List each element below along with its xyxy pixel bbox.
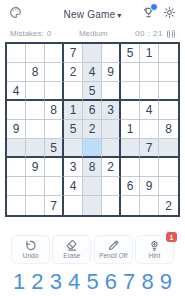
numpad-5[interactable]: 5 <box>86 270 98 294</box>
cell-r9c7[interactable] <box>121 196 140 215</box>
cell-r3c1[interactable]: 4 <box>7 82 26 101</box>
notification-dot <box>150 3 158 11</box>
cell-r3c6[interactable] <box>102 82 121 101</box>
cell-r2c2[interactable]: 8 <box>26 63 45 82</box>
cell-r8c8[interactable]: 9 <box>140 177 159 196</box>
cell-r5c5[interactable]: 2 <box>83 120 102 139</box>
gear-icon <box>163 5 176 23</box>
cell-r8c4[interactable]: 4 <box>64 177 83 196</box>
pause-button[interactable] <box>167 30 175 38</box>
cell-r7c7[interactable] <box>121 158 140 177</box>
cell-r4c4[interactable]: 1 <box>64 101 83 120</box>
cell-r1c2[interactable] <box>26 44 45 63</box>
cell-r4c1[interactable] <box>7 101 26 120</box>
mistakes-counter: Mistakes: 0 <box>10 29 51 38</box>
cell-r2c5[interactable]: 4 <box>83 63 102 82</box>
cell-r5c4[interactable]: 5 <box>64 120 83 139</box>
cell-r5c7[interactable]: 1 <box>121 120 140 139</box>
numpad-4[interactable]: 4 <box>68 270 80 294</box>
cell-r3c9[interactable] <box>159 82 178 101</box>
cell-r3c4[interactable] <box>64 82 83 101</box>
pencil-label: Pencil Off <box>99 253 127 260</box>
cell-r8c6[interactable] <box>102 177 121 196</box>
cell-r7c8[interactable] <box>140 158 159 177</box>
undo-button[interactable]: Undo <box>11 235 50 264</box>
cell-r6c2[interactable] <box>26 139 45 158</box>
cell-r4c6[interactable]: 3 <box>102 101 121 120</box>
cell-r7c3[interactable] <box>45 158 64 177</box>
cell-r7c2[interactable]: 9 <box>26 158 45 177</box>
sudoku-board: 751824945816349521857938246972 <box>5 42 180 217</box>
cell-r8c5[interactable] <box>83 177 102 196</box>
undo-icon <box>24 239 37 252</box>
cell-r1c1[interactable] <box>7 44 26 63</box>
lightbulb-icon <box>148 239 161 252</box>
cell-r8c7[interactable]: 6 <box>121 177 140 196</box>
hint-badge: 1 <box>166 232 177 242</box>
cell-r8c1[interactable] <box>7 177 26 196</box>
mistakes-label: Mistakes: <box>10 29 44 38</box>
cell-r3c7[interactable] <box>121 82 140 101</box>
cell-r7c4[interactable]: 3 <box>64 158 83 177</box>
mistakes-value: 0 <box>47 29 51 38</box>
cell-r5c6[interactable] <box>102 120 121 139</box>
numpad-3[interactable]: 3 <box>50 270 62 294</box>
cell-r9c3[interactable]: 7 <box>45 196 64 215</box>
cell-r6c5[interactable] <box>83 139 102 158</box>
difficulty-label: Medium <box>79 29 107 38</box>
cell-r9c8[interactable] <box>140 196 159 215</box>
cell-r4c2[interactable] <box>26 101 45 120</box>
cell-r1c6[interactable] <box>102 44 121 63</box>
cell-r7c1[interactable] <box>7 158 26 177</box>
cell-r2c6[interactable]: 9 <box>102 63 121 82</box>
numpad-7[interactable]: 7 <box>123 270 135 294</box>
erase-label: Erase <box>63 253 80 260</box>
cell-r2c9[interactable] <box>159 63 178 82</box>
pencil-icon <box>107 239 120 252</box>
cell-r2c3[interactable] <box>45 63 64 82</box>
cell-r7c6[interactable]: 2 <box>102 158 121 177</box>
cell-r9c1[interactable] <box>7 196 26 215</box>
cell-r6c4[interactable] <box>64 139 83 158</box>
numpad-2[interactable]: 2 <box>31 270 43 294</box>
undo-label: Undo <box>23 253 39 260</box>
cell-r3c3[interactable] <box>45 82 64 101</box>
cell-r6c9[interactable] <box>159 139 178 158</box>
cell-r2c7[interactable] <box>121 63 140 82</box>
new-game-dropdown[interactable]: New Game▾ <box>49 9 136 20</box>
cell-r4c8[interactable]: 4 <box>140 101 159 120</box>
erase-button[interactable]: Erase <box>52 235 91 264</box>
timer: 00 : 21 <box>135 29 163 38</box>
cell-r7c5[interactable]: 8 <box>83 158 102 177</box>
cell-r1c8[interactable]: 1 <box>140 44 159 63</box>
page-title: New Game <box>64 9 116 20</box>
cell-r2c4[interactable]: 2 <box>64 63 83 82</box>
cell-r8c9[interactable] <box>159 177 178 196</box>
cell-r8c3[interactable] <box>45 177 64 196</box>
cell-r1c5[interactable] <box>83 44 102 63</box>
numpad-1[interactable]: 1 <box>13 270 25 294</box>
settings-button[interactable] <box>163 5 176 23</box>
cell-r6c8[interactable]: 7 <box>140 139 159 158</box>
cell-r5c3[interactable] <box>45 120 64 139</box>
cell-r2c1[interactable] <box>7 63 26 82</box>
palette-icon <box>9 5 22 23</box>
toolbar: Undo Erase Pencil Off 1 Hint <box>11 235 174 264</box>
cell-r1c7[interactable]: 5 <box>121 44 140 63</box>
pencil-button[interactable]: Pencil Off <box>94 235 133 264</box>
cell-r2c8[interactable] <box>140 63 159 82</box>
top-bar: New Game▾ <box>0 0 185 22</box>
cell-r5c1[interactable]: 9 <box>7 120 26 139</box>
cell-r6c6[interactable] <box>102 139 121 158</box>
cell-r5c8[interactable] <box>140 120 159 139</box>
theme-palette-button[interactable] <box>9 5 22 23</box>
eraser-icon <box>65 239 78 252</box>
cell-r7c9[interactable] <box>159 158 178 177</box>
cell-r4c5[interactable]: 6 <box>83 101 102 120</box>
cell-r5c9[interactable]: 8 <box>159 120 178 139</box>
cell-r3c5[interactable]: 5 <box>83 82 102 101</box>
cell-r4c7[interactable] <box>121 101 140 120</box>
numpad-6[interactable]: 6 <box>105 270 117 294</box>
cell-r9c4[interactable] <box>64 196 83 215</box>
cell-r9c9[interactable]: 2 <box>159 196 178 215</box>
cell-r5c2[interactable] <box>26 120 45 139</box>
cell-r8c2[interactable] <box>26 177 45 196</box>
cell-r6c7[interactable] <box>121 139 140 158</box>
hint-label: Hint <box>149 253 161 260</box>
cell-r9c6[interactable] <box>102 196 121 215</box>
numpad-8[interactable]: 8 <box>141 270 153 294</box>
cell-r6c3[interactable]: 5 <box>45 139 64 158</box>
status-row: Mistakes: 0 Medium 00 : 21 <box>10 29 175 38</box>
cell-r1c4[interactable]: 7 <box>64 44 83 63</box>
cell-r6c1[interactable] <box>7 139 26 158</box>
cell-r9c2[interactable] <box>26 196 45 215</box>
cell-r1c3[interactable] <box>45 44 64 63</box>
cell-r4c3[interactable]: 8 <box>45 101 64 120</box>
cell-r9c5[interactable] <box>83 196 102 215</box>
cell-r1c9[interactable] <box>159 44 178 63</box>
chevron-down-icon: ▾ <box>117 11 121 20</box>
number-pad: 1 2 3 4 5 6 7 8 9 <box>13 270 172 294</box>
cell-r3c8[interactable] <box>140 82 159 101</box>
hint-button[interactable]: 1 Hint <box>135 235 174 264</box>
cell-r4c9[interactable] <box>159 101 178 120</box>
numpad-9[interactable]: 9 <box>160 270 172 294</box>
trophy-button[interactable] <box>142 5 155 23</box>
cell-r3c2[interactable] <box>26 82 45 101</box>
